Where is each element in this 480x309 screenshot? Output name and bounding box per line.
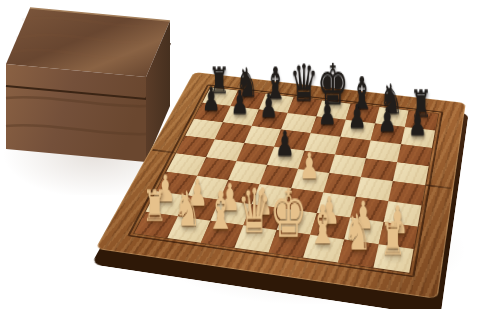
square-h1[interactable]: ♜ bbox=[373, 244, 413, 272]
square-h7[interactable]: ♟ bbox=[401, 127, 435, 148]
board-scene: ♜♞♝♛♚♝♞♜♟♟♟♟♟♟♟♟♟♟♟♟♟♟♟♟♜♞♝♛♚♝♞♜ bbox=[126, 36, 470, 302]
piece-white-knight-g1[interactable]: ♞ bbox=[344, 207, 372, 257]
piece-white-bishop-f1[interactable]: ♝ bbox=[308, 198, 338, 252]
square-g6[interactable] bbox=[366, 140, 401, 162]
piece-white-king-e1[interactable]: ♚ bbox=[270, 180, 308, 247]
piece-white-knight-b1[interactable]: ♞ bbox=[174, 185, 201, 233]
piece-black-pawn-h7[interactable]: ♟ bbox=[408, 106, 427, 140]
piece-black-queen-d8[interactable]: ♛ bbox=[290, 58, 319, 109]
square-f1[interactable]: ♝ bbox=[303, 235, 344, 263]
product-photo: ♜♞♝♛♚♝♞♜♟♟♟♟♟♟♟♟♟♟♟♟♟♟♟♟♜♞♝♛♚♝♞♜ bbox=[0, 0, 480, 309]
square-h5[interactable] bbox=[393, 162, 429, 185]
piece-black-pawn-a7[interactable]: ♟ bbox=[202, 83, 220, 115]
piece-black-pawn-f7[interactable]: ♟ bbox=[348, 99, 367, 132]
piece-white-rook-h1[interactable]: ♜ bbox=[380, 217, 406, 262]
fold-seam-right bbox=[426, 184, 451, 189]
board-frame: ♜♞♝♛♚♝♞♜♟♟♟♟♟♟♟♟♟♟♟♟♟♟♟♟♜♞♝♛♚♝♞♜ bbox=[95, 72, 465, 299]
piece-white-queen-d1[interactable]: ♛ bbox=[237, 182, 271, 243]
piece-black-pawn-b7[interactable]: ♟ bbox=[231, 86, 250, 119]
piece-black-pawn-d5[interactable]: ♟ bbox=[275, 126, 295, 161]
square-g7[interactable]: ♟ bbox=[371, 123, 405, 144]
fold-seam-left bbox=[152, 149, 176, 154]
piece-black-pawn-c7[interactable]: ♟ bbox=[259, 89, 278, 122]
square-f5[interactable] bbox=[329, 154, 366, 177]
board-tilt: ♜♞♝♛♚♝♞♜♟♟♟♟♟♟♟♟♟♟♟♟♟♟♟♟♜♞♝♛♚♝♞♜ bbox=[95, 72, 465, 299]
piece-black-pawn-g7[interactable]: ♟ bbox=[378, 103, 397, 136]
piece-black-pawn-e7[interactable]: ♟ bbox=[318, 96, 337, 129]
board-grid: ♜♞♝♛♚♝♞♜♟♟♟♟♟♟♟♟♟♟♟♟♟♟♟♟♜♞♝♛♚♝♞♜ bbox=[134, 87, 438, 272]
square-g1[interactable]: ♞ bbox=[338, 239, 379, 267]
piece-white-bishop-c1[interactable]: ♝ bbox=[206, 185, 236, 238]
piece-white-rook-a1[interactable]: ♜ bbox=[142, 185, 167, 229]
square-h6[interactable] bbox=[397, 144, 432, 166]
box-front-face bbox=[6, 64, 146, 162]
square-b1[interactable]: ♞ bbox=[167, 216, 210, 243]
